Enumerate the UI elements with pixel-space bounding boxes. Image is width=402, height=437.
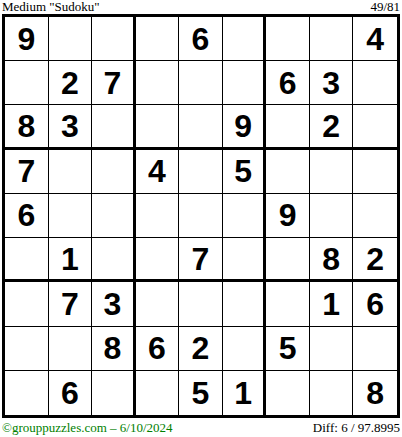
cell-r8c8[interactable] xyxy=(310,327,354,371)
cell-r5c2[interactable] xyxy=(49,194,93,238)
cells-remaining-counter: 49/81 xyxy=(370,0,400,14)
cell-r6c1[interactable] xyxy=(5,238,49,282)
cell-r9c6[interactable]: 1 xyxy=(223,371,267,415)
cell-r7c6[interactable] xyxy=(223,282,267,326)
cell-r3c4[interactable] xyxy=(136,105,180,149)
cell-r6c2[interactable]: 1 xyxy=(49,238,93,282)
cell-r7c8[interactable]: 1 xyxy=(310,282,354,326)
cell-r6c5[interactable]: 7 xyxy=(179,238,223,282)
cell-r7c1[interactable] xyxy=(5,282,49,326)
sudoku-page: Medium "Sudoku" 49/81 964276383927456917… xyxy=(0,0,402,437)
cell-r4c2[interactable] xyxy=(49,150,93,194)
cell-r2c9[interactable] xyxy=(353,61,397,105)
cell-r2c1[interactable] xyxy=(5,61,49,105)
footer: ©grouppuzzles.com – 6/10/2024 Diff: 6 / … xyxy=(0,418,402,437)
cell-r2c5[interactable] xyxy=(179,61,223,105)
cell-r1c5[interactable]: 6 xyxy=(179,17,223,61)
cell-r2c2[interactable]: 2 xyxy=(49,61,93,105)
cell-r1c7[interactable] xyxy=(266,17,310,61)
cell-r1c6[interactable] xyxy=(223,17,267,61)
cell-r9c4[interactable] xyxy=(136,371,180,415)
cell-r2c3[interactable]: 7 xyxy=(92,61,136,105)
cell-r8c7[interactable]: 5 xyxy=(266,327,310,371)
cell-r3c3[interactable] xyxy=(92,105,136,149)
cell-r2c4[interactable] xyxy=(136,61,180,105)
cell-r3c6[interactable]: 9 xyxy=(223,105,267,149)
cell-r4c6[interactable]: 5 xyxy=(223,150,267,194)
cell-r7c9[interactable]: 6 xyxy=(353,282,397,326)
cell-r8c4[interactable]: 6 xyxy=(136,327,180,371)
cell-r5c4[interactable] xyxy=(136,194,180,238)
cell-r4c3[interactable] xyxy=(92,150,136,194)
cell-r8c6[interactable] xyxy=(223,327,267,371)
cell-r1c1[interactable]: 9 xyxy=(5,17,49,61)
sudoku-board: 96427638392745691782731686256518 xyxy=(2,14,400,418)
cell-r1c2[interactable] xyxy=(49,17,93,61)
cell-r3c9[interactable] xyxy=(353,105,397,149)
cell-r5c8[interactable] xyxy=(310,194,354,238)
cell-r2c7[interactable]: 6 xyxy=(266,61,310,105)
cell-r7c7[interactable] xyxy=(266,282,310,326)
cell-r8c9[interactable] xyxy=(353,327,397,371)
cell-r9c2[interactable]: 6 xyxy=(49,371,93,415)
cell-r7c3[interactable]: 3 xyxy=(92,282,136,326)
copyright-text: ©grouppuzzles.com – 6/10/2024 xyxy=(2,420,173,436)
cell-r1c9[interactable]: 4 xyxy=(353,17,397,61)
cell-r9c3[interactable] xyxy=(92,371,136,415)
cell-r9c8[interactable] xyxy=(310,371,354,415)
difficulty-text: Diff: 6 / 97.8995 xyxy=(313,420,400,436)
cell-r8c2[interactable] xyxy=(49,327,93,371)
cell-r9c5[interactable]: 5 xyxy=(179,371,223,415)
cell-r1c8[interactable] xyxy=(310,17,354,61)
cell-r3c8[interactable]: 2 xyxy=(310,105,354,149)
cell-r9c1[interactable] xyxy=(5,371,49,415)
cell-r3c2[interactable]: 3 xyxy=(49,105,93,149)
cell-r6c8[interactable]: 8 xyxy=(310,238,354,282)
cell-r5c3[interactable] xyxy=(92,194,136,238)
cell-r6c3[interactable] xyxy=(92,238,136,282)
cell-r9c9[interactable]: 8 xyxy=(353,371,397,415)
cell-r1c4[interactable] xyxy=(136,17,180,61)
header: Medium "Sudoku" 49/81 xyxy=(0,0,402,14)
cell-r4c1[interactable]: 7 xyxy=(5,150,49,194)
cell-r5c5[interactable] xyxy=(179,194,223,238)
cell-r6c4[interactable] xyxy=(136,238,180,282)
cell-r5c9[interactable] xyxy=(353,194,397,238)
cell-r4c5[interactable] xyxy=(179,150,223,194)
cell-r1c3[interactable] xyxy=(92,17,136,61)
cell-r3c5[interactable] xyxy=(179,105,223,149)
cell-r9c7[interactable] xyxy=(266,371,310,415)
puzzle-title: Medium "Sudoku" xyxy=(2,0,100,14)
cell-r8c1[interactable] xyxy=(5,327,49,371)
cell-r5c1[interactable]: 6 xyxy=(5,194,49,238)
cell-r3c1[interactable]: 8 xyxy=(5,105,49,149)
cell-r6c7[interactable] xyxy=(266,238,310,282)
cell-r7c4[interactable] xyxy=(136,282,180,326)
cell-r4c7[interactable] xyxy=(266,150,310,194)
cell-r5c6[interactable] xyxy=(223,194,267,238)
cell-r3c7[interactable] xyxy=(266,105,310,149)
cell-r8c5[interactable]: 2 xyxy=(179,327,223,371)
cell-r8c3[interactable]: 8 xyxy=(92,327,136,371)
cell-r4c4[interactable]: 4 xyxy=(136,150,180,194)
cell-r6c9[interactable]: 2 xyxy=(353,238,397,282)
cell-r7c5[interactable] xyxy=(179,282,223,326)
cell-r2c8[interactable]: 3 xyxy=(310,61,354,105)
cell-r6c6[interactable] xyxy=(223,238,267,282)
cell-r5c7[interactable]: 9 xyxy=(266,194,310,238)
cell-r4c8[interactable] xyxy=(310,150,354,194)
cell-r7c2[interactable]: 7 xyxy=(49,282,93,326)
cell-r4c9[interactable] xyxy=(353,150,397,194)
cell-r2c6[interactable] xyxy=(223,61,267,105)
